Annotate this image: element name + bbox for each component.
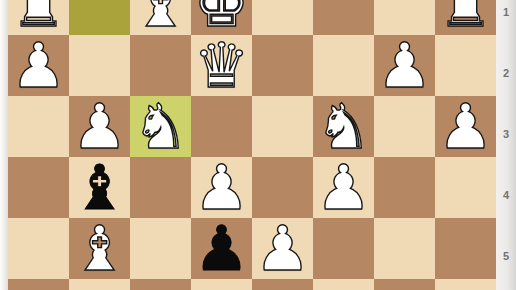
square-d2[interactable] <box>252 35 313 96</box>
white-bishop[interactable]: ♝ <box>133 0 189 35</box>
square-h5[interactable] <box>8 218 69 279</box>
square-h2[interactable]: ♟ <box>8 35 69 96</box>
rank-label-1: 1 <box>496 6 516 17</box>
square-a5[interactable] <box>435 218 496 279</box>
square-f5[interactable] <box>130 218 191 279</box>
square-f6[interactable] <box>130 279 191 290</box>
rank-label-2: 2 <box>496 67 516 78</box>
left-gutter <box>0 0 8 290</box>
square-d5[interactable]: ♟ <box>252 218 313 279</box>
square-d3[interactable] <box>252 96 313 157</box>
square-g3[interactable]: ♟ <box>69 96 130 157</box>
square-b3[interactable] <box>374 96 435 157</box>
square-c1[interactable] <box>313 0 374 35</box>
white-pawn[interactable]: ♟ <box>255 218 311 279</box>
square-c4[interactable]: ♟ <box>313 157 374 218</box>
square-e3[interactable] <box>191 96 252 157</box>
square-c6[interactable] <box>313 279 374 290</box>
rank-label-3: 3 <box>496 128 516 139</box>
square-e2[interactable]: ♛ <box>191 35 252 96</box>
square-h4[interactable] <box>8 157 69 218</box>
square-a2[interactable] <box>435 35 496 96</box>
square-f4[interactable] <box>130 157 191 218</box>
square-h3[interactable] <box>8 96 69 157</box>
square-e4[interactable]: ♟ <box>191 157 252 218</box>
black-bishop[interactable]: ♝ <box>72 157 128 218</box>
white-bishop[interactable]: ♝ <box>72 218 128 279</box>
rank-label-4: 4 <box>496 189 516 200</box>
square-a6[interactable] <box>435 279 496 290</box>
square-b6[interactable] <box>374 279 435 290</box>
white-pawn[interactable]: ♟ <box>72 96 128 157</box>
square-a4[interactable] <box>435 157 496 218</box>
white-pawn[interactable]: ♟ <box>316 157 372 218</box>
square-c2[interactable] <box>313 35 374 96</box>
square-c3[interactable]: ♞ <box>313 96 374 157</box>
chess-board[interactable]: ♜♝♚♜♟♛♟♟♞♞♟♝♟♟♝♟♟ <box>8 0 496 290</box>
white-pawn[interactable]: ♟ <box>11 35 67 96</box>
square-a3[interactable]: ♟ <box>435 96 496 157</box>
square-f2[interactable] <box>130 35 191 96</box>
white-pawn[interactable]: ♟ <box>194 157 250 218</box>
white-rook[interactable]: ♜ <box>438 0 494 35</box>
black-pawn[interactable]: ♟ <box>194 218 250 279</box>
square-e6[interactable] <box>191 279 252 290</box>
white-pawn[interactable]: ♟ <box>438 96 494 157</box>
square-c5[interactable] <box>313 218 374 279</box>
square-b5[interactable] <box>374 218 435 279</box>
white-pawn[interactable]: ♟ <box>377 35 433 96</box>
white-knight[interactable]: ♞ <box>316 96 372 157</box>
square-d4[interactable] <box>252 157 313 218</box>
square-e5[interactable]: ♟ <box>191 218 252 279</box>
square-g5[interactable]: ♝ <box>69 218 130 279</box>
square-f3[interactable]: ♞ <box>130 96 191 157</box>
square-b4[interactable] <box>374 157 435 218</box>
square-a1[interactable]: ♜ <box>435 0 496 35</box>
chess-app-screen: ♜♝♚♜♟♛♟♟♞♞♟♝♟♟♝♟♟ 12345 <box>0 0 516 290</box>
square-g6[interactable] <box>69 279 130 290</box>
square-b2[interactable]: ♟ <box>374 35 435 96</box>
square-g4[interactable]: ♝ <box>69 157 130 218</box>
square-g2[interactable] <box>69 35 130 96</box>
square-d1[interactable] <box>252 0 313 35</box>
square-d6[interactable] <box>252 279 313 290</box>
white-queen[interactable]: ♛ <box>194 35 250 96</box>
square-h6[interactable] <box>8 279 69 290</box>
square-f1[interactable]: ♝ <box>130 0 191 35</box>
white-knight[interactable]: ♞ <box>133 96 189 157</box>
rank-label-strip: 12345 <box>496 0 516 290</box>
rank-label-5: 5 <box>496 250 516 261</box>
square-g1[interactable] <box>69 0 130 35</box>
